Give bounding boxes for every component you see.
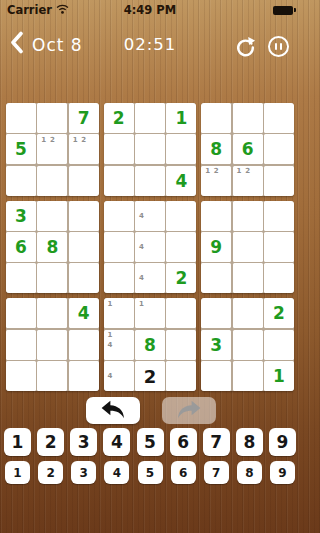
numpad-small-key-3[interactable]: 3 bbox=[71, 461, 96, 484]
sudoku-cell-r8c6[interactable] bbox=[166, 330, 196, 360]
sudoku-cell-r9c2[interactable] bbox=[37, 361, 67, 391]
sudoku-board: 7512122148612123684442941114842231 bbox=[6, 103, 294, 391]
sudoku-cell-r3c8[interactable]: 12 bbox=[233, 166, 263, 196]
nav-bar: Oct 8 02:51 bbox=[0, 26, 300, 62]
sudoku-cell-r2c4[interactable] bbox=[104, 134, 134, 164]
clock-time: 4:49 PM bbox=[0, 3, 300, 17]
sudoku-cell-r9c4[interactable]: 4 bbox=[104, 361, 134, 391]
numpad-large-key-9[interactable]: 9 bbox=[269, 428, 296, 456]
sudoku-cell-r7c2[interactable] bbox=[37, 298, 67, 328]
pencil-marks: 4 bbox=[137, 264, 163, 292]
sudoku-cell-r5c2[interactable]: 8 bbox=[37, 232, 67, 262]
pencil-mark-2: 2 bbox=[243, 167, 252, 176]
sudoku-cell-r1c8[interactable] bbox=[233, 103, 263, 133]
sudoku-box-4: 368 bbox=[6, 201, 99, 294]
sudoku-cell-r9c6[interactable] bbox=[166, 361, 196, 391]
cell-value: 2 bbox=[166, 263, 196, 293]
sudoku-cell-r6c2[interactable] bbox=[37, 263, 67, 293]
pencil-marks: 4 bbox=[137, 202, 163, 230]
sudoku-cell-r8c2[interactable] bbox=[37, 330, 67, 360]
pencil-mark-2: 2 bbox=[48, 135, 57, 144]
sudoku-cell-r3c2[interactable] bbox=[37, 166, 67, 196]
sudoku-cell-r3c1[interactable] bbox=[6, 166, 36, 196]
cell-value: 8 bbox=[37, 232, 67, 262]
numpad-large-key-2[interactable]: 2 bbox=[37, 428, 64, 456]
cell-value: 4 bbox=[166, 166, 196, 196]
sudoku-cell-r6c9[interactable] bbox=[264, 263, 294, 293]
sudoku-cell-r9c1[interactable] bbox=[6, 361, 36, 391]
sudoku-cell-r7c1[interactable] bbox=[6, 298, 36, 328]
battery-icon bbox=[273, 6, 293, 15]
sudoku-cell-r8c9[interactable] bbox=[264, 330, 294, 360]
pencil-mark-2: 2 bbox=[79, 135, 88, 144]
numpad-small-key-9[interactable]: 9 bbox=[270, 461, 295, 484]
sudoku-cell-r3c5[interactable] bbox=[135, 166, 165, 196]
pencil-mark-4: 4 bbox=[137, 211, 146, 220]
sudoku-cell-r2c9[interactable] bbox=[264, 134, 294, 164]
sudoku-cell-r2c6[interactable] bbox=[166, 134, 196, 164]
cell-value: 4 bbox=[69, 298, 99, 328]
pencil-marks: 4 bbox=[137, 233, 163, 261]
sudoku-cell-r7c5[interactable]: 1 bbox=[135, 298, 165, 328]
sudoku-cell-r1c2[interactable] bbox=[37, 103, 67, 133]
pause-icon bbox=[275, 43, 277, 51]
pencil-mark-2: 2 bbox=[212, 167, 221, 176]
cell-value: 3 bbox=[201, 330, 231, 360]
sudoku-cell-r8c4[interactable]: 14 bbox=[104, 330, 134, 360]
pencil-mark-1: 1 bbox=[106, 299, 115, 308]
sudoku-cell-r6c7[interactable] bbox=[201, 263, 231, 293]
numpad-small-key-6[interactable]: 6 bbox=[171, 461, 196, 484]
pencil-marks: 12 bbox=[71, 135, 97, 163]
pencil-marks: 14 bbox=[106, 331, 132, 359]
sudoku-cell-r6c4[interactable] bbox=[104, 263, 134, 293]
sudoku-cell-r5c8[interactable] bbox=[233, 232, 263, 262]
sudoku-cell-r2c5[interactable] bbox=[135, 134, 165, 164]
sudoku-cell-r3c6[interactable]: 4 bbox=[166, 166, 196, 196]
sudoku-box-2: 214 bbox=[104, 103, 197, 196]
sudoku-cell-r2c3[interactable]: 12 bbox=[69, 134, 99, 164]
pencil-mark-1: 1 bbox=[39, 135, 48, 144]
cell-value: 8 bbox=[135, 330, 165, 360]
pencil-marks: 1 bbox=[137, 299, 163, 327]
sudoku-cell-r3c7[interactable]: 12 bbox=[201, 166, 231, 196]
sudoku-cell-r9c3[interactable] bbox=[69, 361, 99, 391]
sudoku-cell-r5c1[interactable]: 6 bbox=[6, 232, 36, 262]
numpad-small-key-5[interactable]: 5 bbox=[138, 461, 163, 484]
numpad-large-key-4[interactable]: 4 bbox=[103, 428, 130, 456]
sudoku-cell-r1c4[interactable]: 2 bbox=[104, 103, 134, 133]
sudoku-cell-r8c8[interactable] bbox=[233, 330, 263, 360]
cell-value: 5 bbox=[6, 134, 36, 164]
cell-value: 1 bbox=[264, 361, 294, 391]
numpad-small: 123456789 bbox=[0, 461, 300, 484]
numpad-large-key-3[interactable]: 3 bbox=[70, 428, 97, 456]
pencil-marks: 12 bbox=[203, 167, 229, 195]
sudoku-cell-r4c4[interactable] bbox=[104, 201, 134, 231]
sudoku-cell-r5c7[interactable]: 9 bbox=[201, 232, 231, 262]
cell-value: 8 bbox=[201, 134, 231, 164]
sudoku-cell-r9c7[interactable] bbox=[201, 361, 231, 391]
sudoku-cell-r6c3[interactable] bbox=[69, 263, 99, 293]
pencil-mark-1: 1 bbox=[203, 167, 212, 176]
sudoku-cell-r3c9[interactable] bbox=[264, 166, 294, 196]
cell-value: 2 bbox=[264, 298, 294, 328]
restart-icon[interactable] bbox=[234, 36, 256, 58]
sudoku-cell-r5c5[interactable]: 4 bbox=[135, 232, 165, 262]
cell-value: 7 bbox=[69, 103, 99, 133]
numpad-small-key-4[interactable]: 4 bbox=[104, 461, 129, 484]
sudoku-box-5: 4442 bbox=[104, 201, 197, 294]
sudoku-cell-r7c3[interactable]: 4 bbox=[69, 298, 99, 328]
numpad-small-key-2[interactable]: 2 bbox=[38, 461, 63, 484]
pencil-mark-4: 4 bbox=[137, 274, 146, 283]
status-bar: Carrier 4:49 PM bbox=[0, 0, 300, 20]
sudoku-cell-r4c7[interactable] bbox=[201, 201, 231, 231]
sudoku-cell-r9c8[interactable] bbox=[233, 361, 263, 391]
sudoku-cell-r6c1[interactable] bbox=[6, 263, 36, 293]
sudoku-cell-r7c4[interactable]: 1 bbox=[104, 298, 134, 328]
cell-value: 6 bbox=[6, 232, 36, 262]
sudoku-cell-r3c3[interactable] bbox=[69, 166, 99, 196]
cell-value: 1 bbox=[166, 103, 196, 133]
numpad-small-key-7[interactable]: 7 bbox=[204, 461, 229, 484]
sudoku-cell-r9c5[interactable]: 2 bbox=[135, 361, 165, 391]
sudoku-cell-r3c4[interactable] bbox=[104, 166, 134, 196]
pause-button[interactable] bbox=[268, 36, 289, 57]
pencil-mark-1: 1 bbox=[106, 331, 115, 340]
sudoku-cell-r4c8[interactable] bbox=[233, 201, 263, 231]
sudoku-cell-r4c3[interactable] bbox=[69, 201, 99, 231]
sudoku-cell-r1c6[interactable]: 1 bbox=[166, 103, 196, 133]
sudoku-cell-r4c5[interactable]: 4 bbox=[135, 201, 165, 231]
sudoku-cell-r2c8[interactable]: 6 bbox=[233, 134, 263, 164]
sudoku-box-7: 4 bbox=[6, 298, 99, 391]
sudoku-cell-r1c3[interactable]: 7 bbox=[69, 103, 99, 133]
sudoku-cell-r4c1[interactable]: 3 bbox=[6, 201, 36, 231]
sudoku-box-6: 9 bbox=[201, 201, 294, 294]
numpad-small-key-8[interactable]: 8 bbox=[237, 461, 262, 484]
numpad-large-key-6[interactable]: 6 bbox=[170, 428, 197, 456]
sudoku-cell-r4c9[interactable] bbox=[264, 201, 294, 231]
numpad-large-key-8[interactable]: 8 bbox=[236, 428, 263, 456]
sudoku-box-1: 751212 bbox=[6, 103, 99, 196]
sudoku-cell-r8c1[interactable] bbox=[6, 330, 36, 360]
pencil-mark-4: 4 bbox=[137, 242, 146, 251]
redo-button[interactable] bbox=[162, 397, 216, 424]
sudoku-cell-r6c8[interactable] bbox=[233, 263, 263, 293]
sudoku-cell-r8c5[interactable]: 8 bbox=[135, 330, 165, 360]
sudoku-cell-r9c9[interactable]: 1 bbox=[264, 361, 294, 391]
pencil-marks: 12 bbox=[235, 167, 261, 195]
sudoku-cell-r2c1[interactable]: 5 bbox=[6, 134, 36, 164]
cell-value: 6 bbox=[233, 134, 263, 164]
numpad-large-key-5[interactable]: 5 bbox=[137, 428, 164, 456]
sudoku-cell-r8c7[interactable]: 3 bbox=[201, 330, 231, 360]
sudoku-box-9: 231 bbox=[201, 298, 294, 391]
sudoku-cell-r1c1[interactable] bbox=[6, 103, 36, 133]
numpad-large-key-7[interactable]: 7 bbox=[203, 428, 230, 456]
sudoku-box-8: 1114842 bbox=[104, 298, 197, 391]
cell-value: 3 bbox=[6, 201, 36, 231]
sudoku-cell-r8c3[interactable] bbox=[69, 330, 99, 360]
cell-value: 2 bbox=[135, 361, 165, 391]
sudoku-cell-r1c5[interactable] bbox=[135, 103, 165, 133]
sudoku-cell-r5c6[interactable] bbox=[166, 232, 196, 262]
pencil-mark-4: 4 bbox=[106, 371, 115, 380]
sudoku-cell-r5c9[interactable] bbox=[264, 232, 294, 262]
sudoku-cell-r1c9[interactable] bbox=[264, 103, 294, 133]
sudoku-cell-r4c2[interactable] bbox=[37, 201, 67, 231]
cell-value: 2 bbox=[104, 103, 134, 133]
sudoku-cell-r2c2[interactable]: 12 bbox=[37, 134, 67, 164]
pencil-marks: 12 bbox=[39, 135, 65, 163]
sudoku-cell-r7c7[interactable] bbox=[201, 298, 231, 328]
pencil-mark-1: 1 bbox=[71, 135, 80, 144]
pencil-marks: 4 bbox=[106, 362, 132, 390]
sudoku-cell-r6c5[interactable]: 4 bbox=[135, 263, 165, 293]
sudoku-cell-r6c6[interactable]: 2 bbox=[166, 263, 196, 293]
undo-arrow-icon bbox=[98, 399, 128, 423]
sudoku-box-3: 861212 bbox=[201, 103, 294, 196]
sudoku-cell-r5c4[interactable] bbox=[104, 232, 134, 262]
pencil-mark-4: 4 bbox=[106, 340, 115, 349]
sudoku-cell-r5c3[interactable] bbox=[69, 232, 99, 262]
pencil-mark-1: 1 bbox=[235, 167, 244, 176]
sudoku-cell-r7c8[interactable] bbox=[233, 298, 263, 328]
sudoku-cell-r1c7[interactable] bbox=[201, 103, 231, 133]
sudoku-cell-r2c7[interactable]: 8 bbox=[201, 134, 231, 164]
redo-arrow-icon bbox=[174, 399, 204, 423]
numpad-large-key-1[interactable]: 1 bbox=[4, 428, 31, 456]
sudoku-cell-r7c9[interactable]: 2 bbox=[264, 298, 294, 328]
numpad-large: 123456789 bbox=[0, 428, 300, 456]
cell-value: 9 bbox=[201, 232, 231, 262]
sudoku-cell-r4c6[interactable] bbox=[166, 201, 196, 231]
numpad-small-key-1[interactable]: 1 bbox=[5, 461, 30, 484]
undo-button[interactable] bbox=[86, 397, 140, 424]
pencil-mark-1: 1 bbox=[137, 299, 146, 308]
sudoku-cell-r7c6[interactable] bbox=[166, 298, 196, 328]
pencil-marks: 1 bbox=[106, 299, 132, 327]
